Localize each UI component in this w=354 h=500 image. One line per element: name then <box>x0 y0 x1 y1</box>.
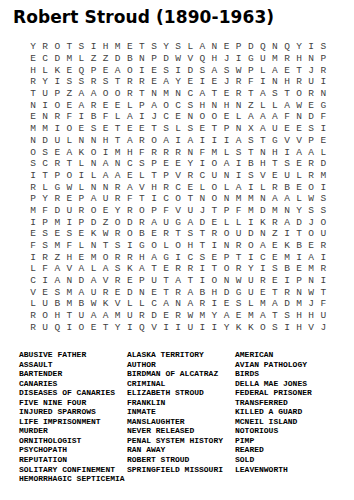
grid-cell: E <box>63 99 75 111</box>
grid-cell: I <box>208 240 220 252</box>
grid-cell: R <box>317 263 329 275</box>
grid-cell: M <box>269 53 281 65</box>
grid-cell: N <box>136 53 148 65</box>
grid-cell: W <box>233 64 245 76</box>
grid-cell: R <box>39 251 51 263</box>
grid-cell: U <box>39 298 51 310</box>
grid-cell: A <box>75 88 87 100</box>
grid-cell: H <box>148 181 160 193</box>
grid-cell: D <box>245 41 257 53</box>
word-list-item: ABUSIVE FATHER <box>19 350 127 360</box>
grid-cell: A <box>281 99 293 111</box>
grid-cell: S <box>75 76 87 88</box>
grid-cell: T <box>63 310 75 322</box>
grid-cell: Z <box>63 88 75 100</box>
word-list-item: INMATE <box>127 407 235 417</box>
grid-cell: M <box>51 216 63 228</box>
word-list-item: INJURED SPARROWS <box>19 407 127 417</box>
grid-cell: M <box>112 41 124 53</box>
grid-cell: T <box>136 193 148 205</box>
grid-cell: I <box>172 135 184 147</box>
grid-cell: M <box>27 123 39 135</box>
grid-cell: H <box>221 99 233 111</box>
grid-cell: O <box>112 88 124 100</box>
grid-cell: E <box>100 205 112 217</box>
grid-cell: I <box>317 181 329 193</box>
word-list-item: MURDER <box>19 426 127 436</box>
grid-cell: K <box>75 146 87 158</box>
grid-cell: N <box>233 99 245 111</box>
word-list-item: BARTENDER <box>19 369 127 379</box>
grid-cell: U <box>184 205 196 217</box>
grid-cell: A <box>112 170 124 182</box>
grid-cell: F <box>63 111 75 123</box>
grid-cell: D <box>39 135 51 147</box>
grid-cell: E <box>257 286 269 298</box>
grid-cell: R <box>27 322 39 334</box>
grid-cell: U <box>245 275 257 287</box>
grid-cell: C <box>184 88 196 100</box>
grid-cell: R <box>233 240 245 252</box>
grid-cell: U <box>233 228 245 240</box>
word-list-item: REARED <box>235 445 312 455</box>
grid-cell: E <box>221 298 233 310</box>
grid-cell: O <box>305 228 317 240</box>
grid-cell: I <box>281 146 293 158</box>
grid-cell: E <box>269 275 281 287</box>
grid-cell: U <box>317 228 329 240</box>
grid-cell: N <box>100 181 112 193</box>
grid-cell: Y <box>112 322 124 334</box>
grid-cell: E <box>124 275 136 287</box>
grid-cell: M <box>257 298 269 310</box>
grid-cell: N <box>87 135 99 147</box>
grid-cell: N <box>221 193 233 205</box>
grid-cell: F <box>136 146 148 158</box>
grid-cell: A <box>196 88 208 100</box>
word-list: ABUSIVE FATHERASSAULTBARTENDERCANARIESDI… <box>19 350 312 484</box>
grid-cell: T <box>208 205 220 217</box>
grid-cell: I <box>233 53 245 65</box>
grid-cell: S <box>148 41 160 53</box>
grid-cell: O <box>75 322 87 334</box>
grid-cell: R <box>124 251 136 263</box>
grid-cell: U <box>63 205 75 217</box>
grid-cell: O <box>245 240 257 252</box>
grid-cell: D <box>75 275 87 287</box>
grid-cell: Y <box>112 205 124 217</box>
grid-cell: R <box>87 99 99 111</box>
grid-cell: M <box>293 298 305 310</box>
grid-cell: E <box>27 111 39 123</box>
grid-cell: R <box>269 181 281 193</box>
grid-cell: H <box>63 251 75 263</box>
grid-cell: L <box>75 181 87 193</box>
grid-cell: A <box>257 310 269 322</box>
grid-cell: E <box>208 216 220 228</box>
grid-cell: F <box>39 263 51 275</box>
grid-cell: L <box>184 41 196 53</box>
grid-cell: E <box>208 76 220 88</box>
grid-cell: N <box>305 53 317 65</box>
grid-cell: G <box>160 251 172 263</box>
grid-cell: B <box>293 240 305 252</box>
grid-cell: N <box>112 158 124 170</box>
grid-cell: L <box>245 298 257 310</box>
grid-cell: M <box>233 193 245 205</box>
grid-cell: T <box>208 263 220 275</box>
grid-cell: S <box>160 123 172 135</box>
word-list-item: ROBERT STROUD <box>127 455 235 465</box>
word-list-item: CANARIES <box>19 379 127 389</box>
grid-cell: N <box>208 99 220 111</box>
grid-cell: R <box>293 76 305 88</box>
grid-cell: N <box>27 135 39 147</box>
grid-cell: V <box>27 286 39 298</box>
grid-cell: A <box>160 298 172 310</box>
grid-cell: M <box>27 205 39 217</box>
grid-cell: V <box>148 322 160 334</box>
grid-cell: H <box>136 251 148 263</box>
grid-cell: T <box>63 158 75 170</box>
grid-cell: T <box>208 123 220 135</box>
grid-cell: S <box>51 286 63 298</box>
grid-cell: E <box>75 251 87 263</box>
grid-cell: H <box>51 310 63 322</box>
grid-cell: M <box>63 53 75 65</box>
grid-cell: S <box>63 228 75 240</box>
grid-cell: E <box>172 158 184 170</box>
grid-cell: O <box>51 41 63 53</box>
grid-cell: T <box>233 251 245 263</box>
word-list-item: AMERICAN <box>235 350 312 360</box>
word-list-item: CRIMINAL <box>127 379 235 389</box>
grid-cell: W <box>172 53 184 65</box>
grid-cell: T <box>160 286 172 298</box>
grid-cell: A <box>293 146 305 158</box>
grid-cell: J <box>221 53 233 65</box>
grid-cell: I <box>63 322 75 334</box>
grid-cell: A <box>51 263 63 275</box>
word-list-item: MANSLAUGHTER <box>127 417 235 427</box>
page-title: Robert Stroud (1890-1963) <box>13 7 274 27</box>
grid-cell: X <box>245 123 257 135</box>
grid-cell: T <box>196 240 208 252</box>
grid-cell: R <box>184 170 196 182</box>
grid-cell: Z <box>87 53 99 65</box>
grid-cell: Y <box>172 76 184 88</box>
grid-cell: N <box>87 240 99 252</box>
grid-cell: I <box>317 123 329 135</box>
grid-cell: P <box>221 205 233 217</box>
grid-cell: R <box>136 135 148 147</box>
grid-cell: O <box>160 99 172 111</box>
grid-cell: T <box>317 286 329 298</box>
grid-cell: I <box>75 170 87 182</box>
grid-cell: V <box>305 322 317 334</box>
grid-cell: C <box>196 170 208 182</box>
grid-cell: R <box>112 275 124 287</box>
grid-cell: H <box>100 135 112 147</box>
grid-cell: A <box>112 64 124 76</box>
word-list-item: PENAL SYSTEM HISTORY <box>127 436 235 446</box>
grid-cell: F <box>100 111 112 123</box>
grid-cell: V <box>100 275 112 287</box>
grid-cell: U <box>317 310 329 322</box>
grid-cell: V <box>293 135 305 147</box>
grid-cell: T <box>112 135 124 147</box>
grid-cell: P <box>233 41 245 53</box>
grid-cell: S <box>305 205 317 217</box>
grid-cell: N <box>317 88 329 100</box>
grid-cell: A <box>124 135 136 147</box>
grid-cell: W <box>87 298 99 310</box>
grid-cell: E <box>75 123 87 135</box>
word-list-item: FRANKLIN <box>127 398 235 408</box>
grid-cell: I <box>281 275 293 287</box>
grid-cell: R <box>51 158 63 170</box>
grid-cell: H <box>305 310 317 322</box>
grid-cell: O <box>208 111 220 123</box>
grid-cell: R <box>281 286 293 298</box>
grid-cell: R <box>27 310 39 322</box>
grid-cell: D <box>124 286 136 298</box>
grid-cell: U <box>305 76 317 88</box>
grid-cell: I <box>196 322 208 334</box>
grid-cell: R <box>148 146 160 158</box>
grid-cell: A <box>281 193 293 205</box>
grid-cell: S <box>184 123 196 135</box>
grid-cell: I <box>124 240 136 252</box>
grid-cell: T <box>257 135 269 147</box>
grid-cell: O <box>221 263 233 275</box>
grid-cell: P <box>293 275 305 287</box>
grid-cell: A <box>87 193 99 205</box>
grid-cell: F <box>245 76 257 88</box>
grid-cell: G <box>51 181 63 193</box>
grid-cell: Y <box>293 41 305 53</box>
grid-cell: N <box>39 111 51 123</box>
grid-cell: T <box>281 88 293 100</box>
grid-cell: L <box>87 263 99 275</box>
grid-cell: T <box>148 263 160 275</box>
grid-cell: N <box>221 170 233 182</box>
grid-cell: F <box>317 111 329 123</box>
grid-cell: H <box>184 240 196 252</box>
grid-cell: L <box>221 146 233 158</box>
grid-cell: R <box>172 310 184 322</box>
grid-cell: S <box>75 41 87 53</box>
grid-cell: D <box>51 205 63 217</box>
grid-cell: L <box>257 181 269 193</box>
grid-cell: O <box>172 240 184 252</box>
grid-cell: L <box>87 170 99 182</box>
grid-cell: A <box>75 263 87 275</box>
grid-cell: S <box>281 158 293 170</box>
grid-cell: A <box>148 251 160 263</box>
grid-cell: R <box>124 205 136 217</box>
grid-cell: E <box>184 181 196 193</box>
grid-cell: N <box>233 123 245 135</box>
grid-cell: U <box>257 53 269 65</box>
word-list-item: ORNITHOLOGIST <box>19 436 127 446</box>
letter-grid: YROTSIHMETSYSLANEPDQNQYISECDMLZZDBNPDWVQ… <box>27 41 329 333</box>
grid-cell: A <box>100 263 112 275</box>
grid-cell: S <box>184 228 196 240</box>
grid-cell: I <box>27 170 39 182</box>
grid-cell: S <box>39 228 51 240</box>
grid-cell: D <box>112 53 124 65</box>
grid-cell: W <box>233 275 245 287</box>
grid-cell: B <box>51 298 63 310</box>
grid-cell: V <box>63 263 75 275</box>
grid-cell: I <box>51 123 63 135</box>
grid-cell: V <box>172 170 184 182</box>
grid-cell: J <box>221 76 233 88</box>
grid-cell: F <box>63 240 75 252</box>
grid-cell: A <box>100 158 112 170</box>
word-list-item: KILLED A GUARD <box>235 407 312 417</box>
grid-cell: H <box>27 64 39 76</box>
grid-cell: R <box>75 205 87 217</box>
grid-cell: E <box>160 263 172 275</box>
grid-cell: D <box>293 216 305 228</box>
grid-cell: R <box>172 263 184 275</box>
grid-cell: U <box>245 286 257 298</box>
grid-cell: Z <box>100 216 112 228</box>
grid-cell: I <box>208 322 220 334</box>
grid-cell: F <box>233 205 245 217</box>
grid-cell: A <box>148 216 160 228</box>
grid-cell: T <box>63 41 75 53</box>
grid-cell: R <box>172 146 184 158</box>
grid-cell: E <box>87 322 99 334</box>
grid-cell: O <box>208 158 220 170</box>
grid-cell: O <box>148 135 160 147</box>
grid-cell: J <box>196 205 208 217</box>
grid-cell: I <box>196 135 208 147</box>
word-list-item: NOTORIOUS <box>235 426 312 436</box>
grid-cell: I <box>63 216 75 228</box>
grid-cell: W <box>184 310 196 322</box>
grid-cell: R <box>172 286 184 298</box>
grid-cell: P <box>305 135 317 147</box>
grid-cell: H <box>293 310 305 322</box>
grid-cell: Y <box>184 158 196 170</box>
grid-cell: M <box>208 146 220 158</box>
grid-cell: E <box>269 240 281 252</box>
grid-cell: P <box>148 205 160 217</box>
grid-cell: I <box>305 41 317 53</box>
grid-cell: C <box>39 53 51 65</box>
grid-cell: W <box>305 286 317 298</box>
grid-cell: E <box>148 228 160 240</box>
grid-cell: S <box>221 64 233 76</box>
grid-cell: E <box>293 123 305 135</box>
grid-cell: U <box>281 170 293 182</box>
grid-cell: A <box>87 310 99 322</box>
word-list-item: BIRDMAN OF ALCATRAZ <box>127 369 235 379</box>
grid-cell: A <box>148 99 160 111</box>
grid-cell: J <box>305 298 317 310</box>
word-list-item: RAN AWAY <box>127 445 235 455</box>
grid-cell: R <box>112 181 124 193</box>
grid-cell: F <box>27 240 39 252</box>
grid-cell: L <box>317 146 329 158</box>
grid-cell: E <box>281 123 293 135</box>
grid-cell: O <box>136 205 148 217</box>
grid-cell: N <box>221 275 233 287</box>
grid-cell: L <box>257 99 269 111</box>
grid-cell: O <box>27 146 39 158</box>
grid-cell: E <box>305 99 317 111</box>
grid-cell: E <box>293 181 305 193</box>
grid-cell: J <box>305 216 317 228</box>
grid-cell: E <box>100 99 112 111</box>
grid-cell: A <box>305 251 317 263</box>
grid-cell: E <box>39 286 51 298</box>
grid-cell: H <box>293 53 305 65</box>
grid-cell: I <box>245 216 257 228</box>
word-list-item: PIMP <box>235 436 312 446</box>
grid-cell: M <box>317 170 329 182</box>
grid-cell: O <box>208 193 220 205</box>
word-list-item: SPRINGFIELD MISSOURI <box>127 465 235 475</box>
grid-cell: H <box>100 41 112 53</box>
grid-cell: I <box>75 111 87 123</box>
grid-cell: A <box>100 310 112 322</box>
grid-cell: M <box>39 123 51 135</box>
grid-cell: C <box>160 111 172 123</box>
word-list-item: ASSAULT <box>19 360 127 370</box>
grid-cell: I <box>317 275 329 287</box>
grid-cell: E <box>317 135 329 147</box>
grid-cell: O <box>124 64 136 76</box>
grid-cell: R <box>124 76 136 88</box>
grid-cell: T <box>112 76 124 88</box>
grid-cell: D <box>87 216 99 228</box>
grid-cell: A <box>124 181 136 193</box>
grid-cell: I <box>293 251 305 263</box>
grid-cell: I <box>281 322 293 334</box>
grid-cell: R <box>317 64 329 76</box>
grid-cell: K <box>51 64 63 76</box>
grid-cell: L <box>233 216 245 228</box>
grid-cell: T <box>269 310 281 322</box>
grid-cell: C <box>148 298 160 310</box>
grid-cell: E <box>172 111 184 123</box>
grid-cell: D <box>281 298 293 310</box>
grid-cell: M <box>269 205 281 217</box>
grid-cell: N <box>257 193 269 205</box>
grid-cell: B <box>245 158 257 170</box>
grid-cell: S <box>196 64 208 76</box>
grid-cell: T <box>196 228 208 240</box>
grid-cell: S <box>63 76 75 88</box>
grid-cell: T <box>245 88 257 100</box>
grid-cell: I <box>87 41 99 53</box>
grid-cell: S <box>317 205 329 217</box>
grid-cell: S <box>269 88 281 100</box>
grid-cell: A <box>233 135 245 147</box>
grid-cell: R <box>124 88 136 100</box>
grid-cell: E <box>160 158 172 170</box>
grid-cell: D <box>221 286 233 298</box>
grid-cell: S <box>87 123 99 135</box>
grid-cell: S <box>39 240 51 252</box>
grid-cell: U <box>39 88 51 100</box>
word-list-item: HEMORRHAGIC SEPTICEMIA <box>19 474 127 484</box>
